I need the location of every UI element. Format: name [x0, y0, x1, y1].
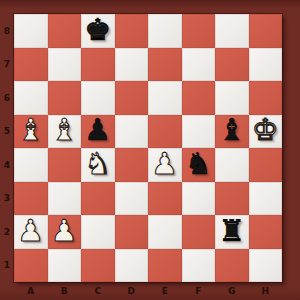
square-e2[interactable] — [148, 215, 182, 249]
square-g5[interactable]: ♝ — [215, 115, 249, 149]
rank-label-7: 7 — [0, 48, 14, 82]
file-label-a: A — [14, 284, 48, 298]
rank-label-8: 8 — [0, 14, 14, 48]
file-label-b: B — [48, 284, 82, 298]
white-bishop: ♝ — [51, 115, 78, 145]
file-label-d: D — [115, 284, 149, 298]
square-h6[interactable] — [249, 81, 283, 115]
square-c1[interactable] — [81, 249, 115, 283]
square-c3[interactable] — [81, 182, 115, 216]
rank-label-3: 3 — [0, 182, 14, 216]
square-a5[interactable]: ♝ — [14, 115, 48, 149]
square-g4[interactable] — [215, 148, 249, 182]
square-c4[interactable]: ♞ — [81, 148, 115, 182]
square-d1[interactable] — [115, 249, 149, 283]
square-f8[interactable] — [182, 14, 216, 48]
square-a3[interactable] — [14, 182, 48, 216]
white-pawn: ♟ — [51, 216, 78, 246]
rank-label-1: 1 — [0, 249, 14, 283]
white-pawn: ♟ — [17, 216, 44, 246]
square-a1[interactable] — [14, 249, 48, 283]
file-label-c: C — [81, 284, 115, 298]
square-g1[interactable] — [215, 249, 249, 283]
square-b8[interactable] — [48, 14, 82, 48]
square-e8[interactable] — [148, 14, 182, 48]
square-f5[interactable] — [182, 115, 216, 149]
black-rook: ♜ — [218, 216, 245, 246]
square-h2[interactable] — [249, 215, 283, 249]
square-c5[interactable]: ♟ — [81, 115, 115, 149]
square-d7[interactable] — [115, 48, 149, 82]
square-f4[interactable]: ♞ — [182, 148, 216, 182]
square-f3[interactable] — [182, 182, 216, 216]
square-a4[interactable] — [14, 148, 48, 182]
file-label-f: F — [182, 284, 216, 298]
square-f6[interactable] — [182, 81, 216, 115]
square-a6[interactable] — [14, 81, 48, 115]
square-a2[interactable]: ♟ — [14, 215, 48, 249]
chess-board: ♚♝♝♟♝♚♞♟♞♟♟♜ — [14, 14, 282, 282]
rank-label-2: 2 — [0, 215, 14, 249]
square-f2[interactable] — [182, 215, 216, 249]
square-h1[interactable] — [249, 249, 283, 283]
file-label-g: G — [215, 284, 249, 298]
square-g6[interactable] — [215, 81, 249, 115]
square-d4[interactable] — [115, 148, 149, 182]
rank-label-5: 5 — [0, 115, 14, 149]
square-e3[interactable] — [148, 182, 182, 216]
black-knight: ♞ — [185, 149, 212, 179]
square-e1[interactable] — [148, 249, 182, 283]
square-h3[interactable] — [249, 182, 283, 216]
square-h7[interactable] — [249, 48, 283, 82]
square-d2[interactable] — [115, 215, 149, 249]
square-g7[interactable] — [215, 48, 249, 82]
square-b5[interactable]: ♝ — [48, 115, 82, 149]
square-c7[interactable] — [81, 48, 115, 82]
square-e7[interactable] — [148, 48, 182, 82]
black-pawn: ♟ — [84, 115, 111, 145]
square-c6[interactable] — [81, 81, 115, 115]
white-king: ♚ — [252, 115, 279, 145]
square-b6[interactable] — [48, 81, 82, 115]
white-knight: ♞ — [84, 149, 111, 179]
square-f1[interactable] — [182, 249, 216, 283]
chess-diagram: ♚♝♝♟♝♚♞♟♞♟♟♜ 87654321 ABCDEFGH — [0, 0, 300, 300]
square-b1[interactable] — [48, 249, 82, 283]
black-bishop: ♝ — [218, 115, 245, 145]
square-e4[interactable]: ♟ — [148, 148, 182, 182]
square-d8[interactable] — [115, 14, 149, 48]
square-a8[interactable] — [14, 14, 48, 48]
square-h4[interactable] — [249, 148, 283, 182]
square-d5[interactable] — [115, 115, 149, 149]
file-label-e: E — [148, 284, 182, 298]
square-d3[interactable] — [115, 182, 149, 216]
file-label-h: H — [249, 284, 283, 298]
square-e5[interactable] — [148, 115, 182, 149]
square-g8[interactable] — [215, 14, 249, 48]
square-h5[interactable]: ♚ — [249, 115, 283, 149]
square-e6[interactable] — [148, 81, 182, 115]
rank-label-4: 4 — [0, 148, 14, 182]
black-king: ♚ — [84, 15, 111, 45]
square-b2[interactable]: ♟ — [48, 215, 82, 249]
square-h8[interactable] — [249, 14, 283, 48]
white-pawn: ♟ — [151, 149, 178, 179]
square-g2[interactable]: ♜ — [215, 215, 249, 249]
square-b3[interactable] — [48, 182, 82, 216]
square-d6[interactable] — [115, 81, 149, 115]
square-g3[interactable] — [215, 182, 249, 216]
square-b4[interactable] — [48, 148, 82, 182]
square-c8[interactable]: ♚ — [81, 14, 115, 48]
white-bishop: ♝ — [17, 115, 44, 145]
rank-label-6: 6 — [0, 81, 14, 115]
square-c2[interactable] — [81, 215, 115, 249]
square-f7[interactable] — [182, 48, 216, 82]
square-b7[interactable] — [48, 48, 82, 82]
square-a7[interactable] — [14, 48, 48, 82]
